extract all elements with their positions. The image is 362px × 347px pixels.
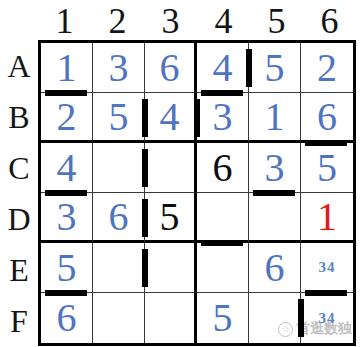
col-label-1: 1 <box>38 0 91 40</box>
cell-E4[interactable] <box>197 243 249 293</box>
cell-B2[interactable]: 5 <box>93 93 145 143</box>
cell-B4[interactable]: 3 <box>197 93 249 143</box>
row-labels: ABCDEF <box>0 41 38 347</box>
row-label-E: E <box>0 245 38 296</box>
cell-D4[interactable] <box>197 193 249 243</box>
cell-D2[interactable]: 6 <box>93 193 145 243</box>
cell-B3[interactable]: 4 <box>145 93 197 143</box>
cell-A3[interactable]: 6 <box>145 43 197 93</box>
cell-C2[interactable] <box>93 143 145 193</box>
col-labels: 123456 <box>38 0 356 40</box>
cell-E5[interactable]: 6 <box>249 243 301 293</box>
cell-E1[interactable]: 5 <box>41 243 93 293</box>
col-label-2: 2 <box>91 0 144 40</box>
col-label-6: 6 <box>303 0 356 40</box>
cell-A4[interactable]: 4 <box>197 43 249 93</box>
cell-A6[interactable]: 2 <box>301 43 353 93</box>
cell-F4[interactable]: 5 <box>197 293 249 343</box>
cell-F1[interactable]: 6 <box>41 293 93 343</box>
sudoku-grid: 1364522543164635365156346534 <box>41 43 353 343</box>
cell-C3[interactable] <box>145 143 197 193</box>
cell-F6-pencil-marks[interactable]: 34 <box>301 293 353 343</box>
row-label-D: D <box>0 194 38 245</box>
cell-C5[interactable]: 3 <box>249 143 301 193</box>
cell-F5[interactable] <box>249 293 301 343</box>
col-label-5: 5 <box>250 0 303 40</box>
puzzle-canvas: 123456 ABCDEF 13645225431646353651563465… <box>0 0 362 347</box>
cell-E6-pencil-marks[interactable]: 34 <box>301 243 353 293</box>
sudoku-board: 1364522543164635365156346534 <box>38 40 356 346</box>
cell-C6[interactable]: 5 <box>301 143 353 193</box>
row-label-A: A <box>0 41 38 92</box>
cell-C1[interactable]: 4 <box>41 143 93 193</box>
cell-F2[interactable] <box>93 293 145 343</box>
cell-B1[interactable]: 2 <box>41 93 93 143</box>
cell-E2[interactable] <box>93 243 145 293</box>
col-label-4: 4 <box>197 0 250 40</box>
cell-A1[interactable]: 1 <box>41 43 93 93</box>
cell-D3[interactable]: 5 <box>145 193 197 243</box>
row-label-C: C <box>0 143 38 194</box>
cell-A5[interactable]: 5 <box>249 43 301 93</box>
cell-D1[interactable]: 3 <box>41 193 93 243</box>
cell-C4[interactable]: 6 <box>197 143 249 193</box>
row-label-F: F <box>0 296 38 347</box>
cell-E3[interactable] <box>145 243 197 293</box>
cell-B5[interactable]: 1 <box>249 93 301 143</box>
row-label-B: B <box>0 92 38 143</box>
cell-A2[interactable]: 3 <box>93 43 145 93</box>
cell-D5[interactable] <box>249 193 301 243</box>
cell-B6[interactable]: 6 <box>301 93 353 143</box>
col-label-3: 3 <box>144 0 197 40</box>
cell-F3[interactable] <box>145 293 197 343</box>
cell-D6[interactable]: 1 <box>301 193 353 243</box>
